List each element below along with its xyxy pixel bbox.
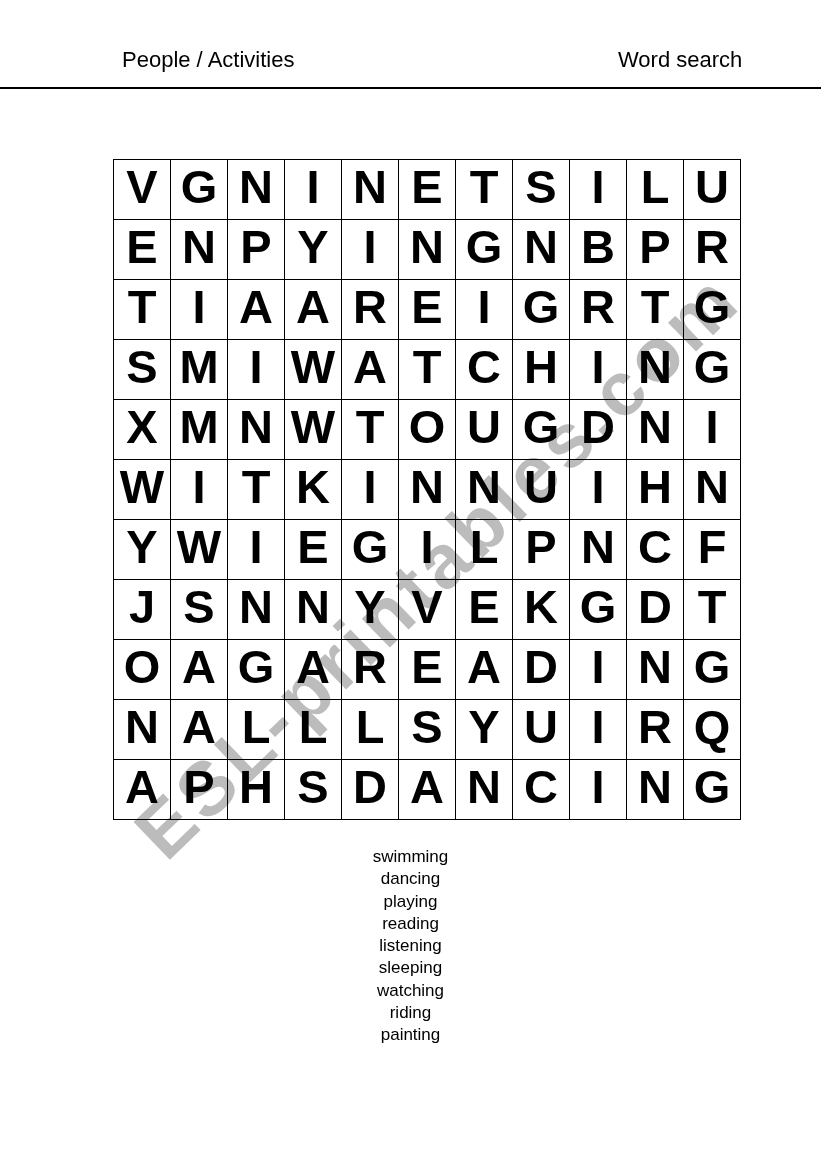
- grid-cell: I: [570, 460, 627, 520]
- grid-cell: K: [513, 580, 570, 640]
- grid-cell: I: [342, 460, 399, 520]
- grid-cell: G: [513, 400, 570, 460]
- grid-cell: N: [285, 580, 342, 640]
- grid-cell: S: [399, 700, 456, 760]
- grid-cell: W: [171, 520, 228, 580]
- grid-cell: C: [627, 520, 684, 580]
- grid-cell: P: [171, 760, 228, 820]
- grid-cell: T: [114, 280, 171, 340]
- grid-cell: I: [171, 460, 228, 520]
- grid-cell: T: [684, 580, 741, 640]
- word-list-item: sleeping: [0, 957, 821, 979]
- word-list-item: listening: [0, 935, 821, 957]
- grid-cell: S: [513, 160, 570, 220]
- grid-cell: I: [456, 280, 513, 340]
- grid-cell: G: [570, 580, 627, 640]
- word-search-grid: VGNINETSILUENPYINGNBPRTIAAREIGRTGSMIWATC…: [113, 159, 741, 820]
- grid-cell: H: [228, 760, 285, 820]
- grid-cell: U: [684, 160, 741, 220]
- grid-cell: B: [570, 220, 627, 280]
- grid-cell: A: [171, 700, 228, 760]
- grid-cell: I: [570, 640, 627, 700]
- grid-cell: E: [399, 160, 456, 220]
- grid-cell: A: [228, 280, 285, 340]
- grid-cell: A: [399, 760, 456, 820]
- grid-cell: N: [399, 460, 456, 520]
- grid-cell: I: [342, 220, 399, 280]
- grid-cell: S: [171, 580, 228, 640]
- grid-cell: A: [456, 640, 513, 700]
- grid-cell: G: [513, 280, 570, 340]
- grid-cell: N: [456, 460, 513, 520]
- grid-cell: G: [228, 640, 285, 700]
- grid-cell: N: [456, 760, 513, 820]
- grid-cell: N: [570, 520, 627, 580]
- grid-cell: W: [285, 400, 342, 460]
- grid-cell: T: [228, 460, 285, 520]
- category-title: People / Activities: [122, 49, 294, 71]
- grid-cell: E: [399, 280, 456, 340]
- grid-cell: Y: [456, 700, 513, 760]
- grid-cell: R: [342, 280, 399, 340]
- grid-cell: M: [171, 400, 228, 460]
- grid-cell: A: [285, 280, 342, 340]
- grid-cell: G: [684, 640, 741, 700]
- grid-cell: U: [456, 400, 513, 460]
- grid-cell: I: [171, 280, 228, 340]
- word-list: swimmingdancingplayingreadinglisteningsl…: [0, 846, 821, 1047]
- grid-cell: E: [399, 640, 456, 700]
- grid-cell: L: [627, 160, 684, 220]
- grid-cell: I: [228, 340, 285, 400]
- grid-cell: L: [456, 520, 513, 580]
- grid-cell: C: [513, 760, 570, 820]
- grid-cell: N: [114, 700, 171, 760]
- word-list-item: playing: [0, 891, 821, 913]
- grid-cell: F: [684, 520, 741, 580]
- grid-cell: N: [228, 400, 285, 460]
- grid-cell: N: [342, 160, 399, 220]
- grid-cell: I: [570, 760, 627, 820]
- grid-cell: N: [684, 460, 741, 520]
- grid-cell: L: [342, 700, 399, 760]
- word-list-item: dancing: [0, 868, 821, 890]
- grid-cell: M: [171, 340, 228, 400]
- grid-cell: O: [114, 640, 171, 700]
- grid-cell: P: [513, 520, 570, 580]
- grid-cell: Y: [114, 520, 171, 580]
- grid-cell: I: [570, 700, 627, 760]
- grid-cell: R: [684, 220, 741, 280]
- grid-cell: P: [228, 220, 285, 280]
- grid-cell: Y: [285, 220, 342, 280]
- grid-cell: U: [513, 460, 570, 520]
- grid-cell: N: [627, 400, 684, 460]
- grid-cell: V: [114, 160, 171, 220]
- header-divider: [0, 87, 821, 89]
- grid-cell: U: [513, 700, 570, 760]
- grid-cell: T: [627, 280, 684, 340]
- grid-cell: W: [114, 460, 171, 520]
- word-list-item: painting: [0, 1024, 821, 1046]
- grid-cell: E: [114, 220, 171, 280]
- grid-cell: Q: [684, 700, 741, 760]
- grid-cell: I: [570, 340, 627, 400]
- grid-cell: G: [171, 160, 228, 220]
- word-list-item: reading: [0, 913, 821, 935]
- grid-cell: L: [285, 700, 342, 760]
- grid-cell: G: [684, 760, 741, 820]
- grid-cell: Y: [342, 580, 399, 640]
- grid-cell: I: [399, 520, 456, 580]
- grid-cell: E: [456, 580, 513, 640]
- grid-cell: N: [228, 580, 285, 640]
- grid-cell: A: [285, 640, 342, 700]
- grid-cell: I: [570, 160, 627, 220]
- grid-cell: A: [171, 640, 228, 700]
- grid-cell: E: [285, 520, 342, 580]
- grid-cell: D: [570, 400, 627, 460]
- grid-cell: D: [627, 580, 684, 640]
- grid-cell: T: [399, 340, 456, 400]
- grid-cell: G: [684, 340, 741, 400]
- grid-cell: R: [627, 700, 684, 760]
- grid-cell: R: [570, 280, 627, 340]
- grid-cell: X: [114, 400, 171, 460]
- grid-cell: N: [627, 340, 684, 400]
- grid-cell: L: [228, 700, 285, 760]
- grid-cell: C: [456, 340, 513, 400]
- grid-cell: S: [285, 760, 342, 820]
- grid-cell: T: [456, 160, 513, 220]
- grid-cell: O: [399, 400, 456, 460]
- grid-cell: N: [513, 220, 570, 280]
- grid-cell: H: [513, 340, 570, 400]
- grid-cell: W: [285, 340, 342, 400]
- grid-cell: G: [684, 280, 741, 340]
- grid-cell: D: [513, 640, 570, 700]
- word-list-item: swimming: [0, 846, 821, 868]
- grid-cell: N: [228, 160, 285, 220]
- grid-cell: V: [399, 580, 456, 640]
- worksheet-type-title: Word search: [618, 49, 742, 71]
- word-list-item: watching: [0, 980, 821, 1002]
- grid-cell: I: [228, 520, 285, 580]
- grid-cell: K: [285, 460, 342, 520]
- grid-cell: T: [342, 400, 399, 460]
- grid-cell: A: [114, 760, 171, 820]
- grid-cell: G: [456, 220, 513, 280]
- grid-cell: N: [627, 760, 684, 820]
- grid-cell: R: [342, 640, 399, 700]
- grid-cell: H: [627, 460, 684, 520]
- word-list-item: riding: [0, 1002, 821, 1024]
- grid-cell: J: [114, 580, 171, 640]
- grid-cell: S: [114, 340, 171, 400]
- grid-cell: N: [399, 220, 456, 280]
- grid-cell: A: [342, 340, 399, 400]
- grid-cell: I: [684, 400, 741, 460]
- grid-cell: P: [627, 220, 684, 280]
- grid-cell: N: [171, 220, 228, 280]
- grid-cell: D: [342, 760, 399, 820]
- grid-cell: I: [285, 160, 342, 220]
- grid-cell: G: [342, 520, 399, 580]
- worksheet-page: People / Activities Word search VGNINETS…: [0, 0, 821, 1169]
- grid-cell: N: [627, 640, 684, 700]
